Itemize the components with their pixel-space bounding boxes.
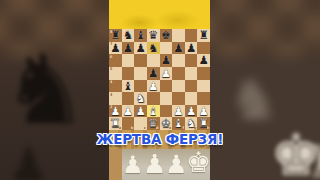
square-b7[interactable]: ♟: [122, 42, 135, 55]
table-edge: [109, 149, 122, 180]
square-f6[interactable]: [172, 54, 185, 67]
square-b1[interactable]: b: [122, 117, 135, 130]
square-a6[interactable]: 6: [109, 54, 122, 67]
square-e5[interactable]: ♟: [160, 67, 173, 80]
square-e3[interactable]: [160, 92, 173, 105]
square-g5[interactable]: [185, 67, 198, 80]
square-a5[interactable]: 5: [109, 67, 122, 80]
square-f5[interactable]: [172, 67, 185, 80]
piece-black-pawn[interactable]: ♟: [160, 54, 173, 67]
rank-label-5: 5: [110, 67, 113, 71]
square-f8[interactable]: [172, 29, 185, 42]
square-g8[interactable]: [185, 29, 198, 42]
piece-black-king[interactable]: ♚: [160, 29, 173, 42]
white-king-photo-icon: ♚: [186, 149, 210, 177]
square-f7[interactable]: ♟: [172, 42, 185, 55]
square-b3[interactable]: [122, 92, 135, 105]
square-h5[interactable]: [197, 67, 210, 80]
piece-black-pawn[interactable]: ♟: [185, 42, 198, 55]
square-a3[interactable]: 3: [109, 92, 122, 105]
rank-label-8: 8: [110, 30, 113, 34]
square-g4[interactable]: [185, 80, 198, 93]
piece-black-pawn[interactable]: ♟: [197, 54, 210, 67]
square-f4[interactable]: [172, 80, 185, 93]
rank-label-3: 3: [110, 93, 113, 97]
piece-white-pawn[interactable]: ♟: [134, 105, 147, 118]
video-column: ♜8♞♝♛♚♜♟7♟♟♞♟♟6♟♟5♟♟4♝♟3♞♟2♟♟♝♟♟♟♜1abc♛d…: [109, 0, 210, 180]
piece-white-knight[interactable]: ♞: [134, 92, 147, 105]
square-d4[interactable]: ♟: [147, 80, 160, 93]
square-h1[interactable]: ♜h: [197, 117, 210, 130]
piece-white-pawn[interactable]: ♟: [122, 105, 135, 118]
square-a7[interactable]: ♟7: [109, 42, 122, 55]
rank-label-6: 6: [110, 55, 113, 59]
square-d5[interactable]: ♟: [147, 67, 160, 80]
rank-label-7: 7: [110, 42, 113, 46]
square-a4[interactable]: 4: [109, 80, 122, 93]
white-knight-silhouette-icon: ♞: [228, 70, 280, 128]
square-h8[interactable]: ♜: [197, 29, 210, 42]
piece-black-pawn[interactable]: ♟: [172, 42, 185, 55]
square-h3[interactable]: [197, 92, 210, 105]
blurred-board-pattern: [210, 0, 320, 56]
square-f3[interactable]: [172, 92, 185, 105]
square-a8[interactable]: ♜8: [109, 29, 122, 42]
piece-black-knight[interactable]: ♞: [147, 42, 160, 55]
file-label-h: h: [207, 126, 210, 130]
square-c2[interactable]: ♟: [134, 105, 147, 118]
square-a1[interactable]: ♜1a: [109, 117, 122, 130]
blurred-background-right: ♞ ♚ ♜: [210, 0, 320, 180]
piece-black-bishop[interactable]: ♝: [122, 80, 135, 93]
square-c8[interactable]: ♝: [134, 29, 147, 42]
piece-black-knight[interactable]: ♞: [122, 29, 135, 42]
piece-white-pawn[interactable]: ♟: [147, 80, 160, 93]
square-c1[interactable]: c: [134, 117, 147, 130]
square-e8[interactable]: ♚: [160, 29, 173, 42]
rank-label-4: 4: [110, 80, 113, 84]
square-d8[interactable]: ♛: [147, 29, 160, 42]
square-g1[interactable]: ♞g: [185, 117, 198, 130]
shorts-thumbnail: ♞ ♟ ♞ ♚ ♜ ♜8♞♝♛♚♜♟7♟♟♞♟♟6♟♟5♟♟4♝♟3♞♟2♟♟♝…: [0, 0, 320, 180]
square-e4[interactable]: [160, 80, 173, 93]
square-b8[interactable]: ♞: [122, 29, 135, 42]
square-b4[interactable]: ♝: [122, 80, 135, 93]
piece-black-pawn[interactable]: ♟: [122, 42, 135, 55]
piece-white-pawn[interactable]: ♟: [160, 67, 173, 80]
white-pawn-photo-icon: ♟: [165, 152, 187, 177]
piece-black-rook[interactable]: ♜: [197, 29, 210, 42]
rank-label-2: 2: [110, 105, 113, 109]
square-b2[interactable]: ♟: [122, 105, 135, 118]
square-c5[interactable]: [134, 67, 147, 80]
bottom-pieces-scene: ♟ ♟ ♟ ♚: [109, 149, 210, 180]
square-g7[interactable]: ♟: [185, 42, 198, 55]
square-d3[interactable]: [147, 92, 160, 105]
square-d7[interactable]: ♞: [147, 42, 160, 55]
piece-black-pawn[interactable]: ♟: [134, 42, 147, 55]
square-h4[interactable]: [197, 80, 210, 93]
caption-text: ЖЕРТВА ФЕРЗЯ!: [0, 131, 320, 149]
chess-board[interactable]: ♜8♞♝♛♚♜♟7♟♟♞♟♟6♟♟5♟♟4♝♟3♞♟2♟♟♝♟♟♟♜1abc♛d…: [109, 29, 210, 130]
piece-black-queen[interactable]: ♛: [147, 29, 160, 42]
square-d6[interactable]: [147, 54, 160, 67]
black-knight-silhouette-icon: ♞: [2, 42, 88, 138]
square-b5[interactable]: [122, 67, 135, 80]
yellow-banner: [109, 0, 210, 29]
square-f1[interactable]: ♝f: [172, 117, 185, 130]
square-b6[interactable]: [122, 54, 135, 67]
square-c6[interactable]: [134, 54, 147, 67]
square-h6[interactable]: ♟: [197, 54, 210, 67]
square-e1[interactable]: ♚e: [160, 117, 173, 130]
square-e6[interactable]: ♟: [160, 54, 173, 67]
piece-black-bishop[interactable]: ♝: [134, 29, 147, 42]
square-c3[interactable]: ♞: [134, 92, 147, 105]
blurred-background-left: ♞ ♟: [0, 0, 110, 180]
square-g3[interactable]: [185, 92, 198, 105]
square-g6[interactable]: [185, 54, 198, 67]
white-pawn-photo-icon: ♟: [122, 153, 144, 177]
white-pawn-photo-icon: ♟: [143, 151, 166, 177]
square-d1[interactable]: ♛d: [147, 117, 160, 130]
piece-black-pawn[interactable]: ♟: [147, 67, 160, 80]
rank-label-1: 1: [110, 118, 113, 122]
square-c7[interactable]: ♟: [134, 42, 147, 55]
